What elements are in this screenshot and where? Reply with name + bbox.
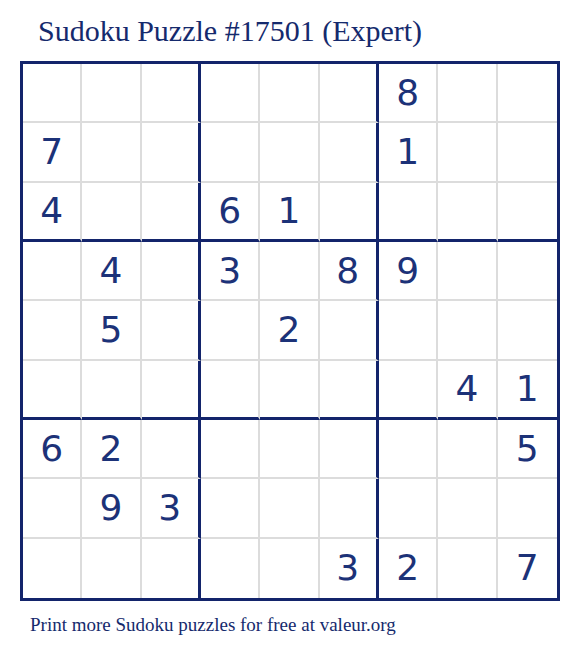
cell-r5c1[interactable] xyxy=(23,301,82,360)
cell-r7c1[interactable]: 6 xyxy=(23,420,82,479)
cell-r2c3[interactable] xyxy=(142,123,201,182)
cell-r4c1[interactable] xyxy=(23,242,82,301)
cell-r9c8[interactable] xyxy=(438,539,497,598)
cell-r8c5[interactable] xyxy=(260,479,319,538)
cell-r2c5[interactable] xyxy=(260,123,319,182)
cell-r7c2[interactable]: 2 xyxy=(82,420,141,479)
cell-r2c8[interactable] xyxy=(438,123,497,182)
cell-r7c5[interactable] xyxy=(260,420,319,479)
cell-r1c3[interactable] xyxy=(142,64,201,123)
cell-r4c2[interactable]: 4 xyxy=(82,242,141,301)
cell-r5c6[interactable] xyxy=(320,301,379,360)
cell-r9c3[interactable] xyxy=(142,539,201,598)
cell-r2c7[interactable]: 1 xyxy=(379,123,438,182)
cell-r6c1[interactable] xyxy=(23,361,82,420)
cell-r8c9[interactable] xyxy=(498,479,557,538)
cell-r8c8[interactable] xyxy=(438,479,497,538)
cell-r5c9[interactable] xyxy=(498,301,557,360)
cell-r8c2[interactable]: 9 xyxy=(82,479,141,538)
cell-r6c5[interactable] xyxy=(260,361,319,420)
cell-r9c7[interactable]: 2 xyxy=(379,539,438,598)
cell-r3c5[interactable]: 1 xyxy=(260,183,319,242)
cell-r6c6[interactable] xyxy=(320,361,379,420)
cell-r1c9[interactable] xyxy=(498,64,557,123)
cell-r9c5[interactable] xyxy=(260,539,319,598)
cell-r5c5[interactable]: 2 xyxy=(260,301,319,360)
cell-r5c8[interactable] xyxy=(438,301,497,360)
cell-r2c9[interactable] xyxy=(498,123,557,182)
cell-r7c3[interactable] xyxy=(142,420,201,479)
sudoku-grid: 8714614389524162593327 xyxy=(20,61,560,601)
cell-r7c4[interactable] xyxy=(201,420,260,479)
cell-r1c6[interactable] xyxy=(320,64,379,123)
cell-r9c9[interactable]: 7 xyxy=(498,539,557,598)
cell-r8c6[interactable] xyxy=(320,479,379,538)
page-footer: Print more Sudoku puzzles for free at va… xyxy=(30,614,396,636)
cell-r4c8[interactable] xyxy=(438,242,497,301)
cell-r6c4[interactable] xyxy=(201,361,260,420)
cell-r6c2[interactable] xyxy=(82,361,141,420)
cell-r7c6[interactable] xyxy=(320,420,379,479)
cell-r6c8[interactable]: 4 xyxy=(438,361,497,420)
cell-r9c2[interactable] xyxy=(82,539,141,598)
cell-r3c3[interactable] xyxy=(142,183,201,242)
cell-r1c2[interactable] xyxy=(82,64,141,123)
cell-r5c4[interactable] xyxy=(201,301,260,360)
cell-r8c4[interactable] xyxy=(201,479,260,538)
cell-r2c4[interactable] xyxy=(201,123,260,182)
cell-r3c9[interactable] xyxy=(498,183,557,242)
cell-r7c9[interactable]: 5 xyxy=(498,420,557,479)
cell-r4c5[interactable] xyxy=(260,242,319,301)
cell-r9c4[interactable] xyxy=(201,539,260,598)
cell-r4c9[interactable] xyxy=(498,242,557,301)
cell-r2c6[interactable] xyxy=(320,123,379,182)
cell-r4c3[interactable] xyxy=(142,242,201,301)
cell-r8c1[interactable] xyxy=(23,479,82,538)
page-title: Sudoku Puzzle #17501 (Expert) xyxy=(38,14,422,48)
cell-r6c3[interactable] xyxy=(142,361,201,420)
cell-r6c9[interactable]: 1 xyxy=(498,361,557,420)
cell-r8c7[interactable] xyxy=(379,479,438,538)
cell-r2c1[interactable]: 7 xyxy=(23,123,82,182)
cell-r5c2[interactable]: 5 xyxy=(82,301,141,360)
cell-r2c2[interactable] xyxy=(82,123,141,182)
cell-r3c8[interactable] xyxy=(438,183,497,242)
cell-r3c4[interactable]: 6 xyxy=(201,183,260,242)
cell-r1c5[interactable] xyxy=(260,64,319,123)
cell-r5c7[interactable] xyxy=(379,301,438,360)
cell-r7c7[interactable] xyxy=(379,420,438,479)
cell-r3c6[interactable] xyxy=(320,183,379,242)
cell-r7c8[interactable] xyxy=(438,420,497,479)
cell-r1c7[interactable]: 8 xyxy=(379,64,438,123)
cell-r9c1[interactable] xyxy=(23,539,82,598)
cell-r6c7[interactable] xyxy=(379,361,438,420)
cell-r1c4[interactable] xyxy=(201,64,260,123)
cell-r8c3[interactable]: 3 xyxy=(142,479,201,538)
cell-r4c6[interactable]: 8 xyxy=(320,242,379,301)
cell-r3c1[interactable]: 4 xyxy=(23,183,82,242)
cell-r3c2[interactable] xyxy=(82,183,141,242)
cell-r4c7[interactable]: 9 xyxy=(379,242,438,301)
cell-r1c8[interactable] xyxy=(438,64,497,123)
cell-r1c1[interactable] xyxy=(23,64,82,123)
cell-r9c6[interactable]: 3 xyxy=(320,539,379,598)
cell-r5c3[interactable] xyxy=(142,301,201,360)
cell-r4c4[interactable]: 3 xyxy=(201,242,260,301)
cell-r3c7[interactable] xyxy=(379,183,438,242)
